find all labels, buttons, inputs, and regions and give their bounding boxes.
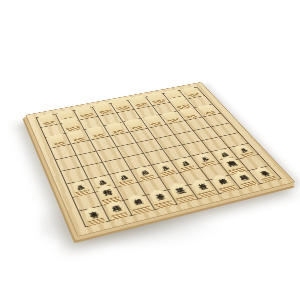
piece-kanji-label: 歩兵 (217, 150, 223, 151)
piece-kanji-label: 歩兵 (73, 133, 79, 134)
piece-kanji-label: 桂馬 (169, 92, 175, 93)
piece-kanji-label: 歩兵 (92, 129, 98, 130)
board-face: 香車桂馬銀将金将玉将金将銀将桂馬香車飛車角行歩兵歩兵歩兵歩兵歩兵歩兵歩兵歩兵歩兵… (25, 82, 295, 237)
piece-kanji-label: 歩兵 (53, 137, 59, 138)
piece-kanji-label: 桂馬 (62, 112, 69, 113)
piece-kanji-label: 歩兵 (198, 154, 204, 155)
piece-kanji-label: 金将 (98, 104, 104, 105)
piece-kanji-label: 歩兵 (138, 167, 144, 168)
shogi-board: 香車桂馬銀将金将玉将金将銀将桂馬香車飛車角行歩兵歩兵歩兵歩兵歩兵歩兵歩兵歩兵歩兵… (25, 82, 295, 237)
piece-kanji-label: 歩兵 (74, 182, 81, 184)
piece-kanji-label: 歩兵 (184, 111, 189, 112)
piece-kanji-label: 歩兵 (117, 172, 123, 173)
piece-kanji-label: 歩兵 (236, 145, 242, 146)
piece-kanji-label: 歩兵 (167, 114, 173, 115)
piece-kanji-label: 香車 (43, 116, 50, 117)
piece-kanji-label: 歩兵 (111, 125, 117, 126)
piece-kanji-label: 歩兵 (96, 177, 103, 178)
piece-kanji-label: 飛車 (65, 120, 73, 121)
board-grid: 香車桂馬銀将金将玉将金将銀将桂馬香車飛車角行歩兵歩兵歩兵歩兵歩兵歩兵歩兵歩兵歩兵… (36, 87, 282, 227)
piece-kanji-label: 金将 (134, 98, 140, 99)
piece-kanji-label: 銀将 (151, 94, 157, 95)
piece-kanji-label: 歩兵 (149, 118, 155, 119)
piece-kanji-label: 歩兵 (178, 158, 184, 159)
piece-kanji-label: 角行 (174, 99, 181, 100)
piece-kanji-label: 銀将 (80, 108, 86, 109)
piece-kanji-label: 歩兵 (158, 163, 164, 164)
piece-kanji-label: 歩兵 (130, 121, 136, 122)
piece-kanji-label: 歩兵 (202, 107, 207, 108)
piece-kanji-label: 香車 (186, 89, 192, 90)
photo-background: 香車桂馬銀将金将玉将金将銀将桂馬香車飛車角行歩兵歩兵歩兵歩兵歩兵歩兵歩兵歩兵歩兵… (0, 0, 300, 300)
piece-kanji-label: 玉将 (115, 100, 122, 101)
scene: 香車桂馬銀将金将玉将金将銀将桂馬香車飛車角行歩兵歩兵歩兵歩兵歩兵歩兵歩兵歩兵歩兵… (0, 0, 300, 300)
